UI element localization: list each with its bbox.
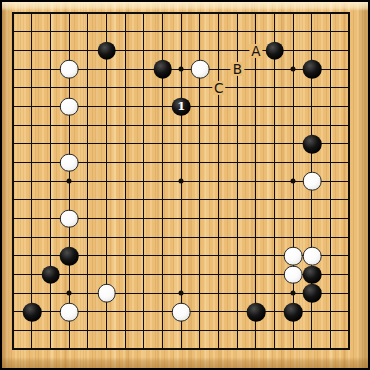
point-label-a: A: [249, 44, 262, 58]
grid-line-horizontal: [12, 330, 350, 331]
black-stone: [303, 284, 322, 303]
black-stone: [23, 303, 42, 322]
black-stone: 1: [172, 97, 191, 116]
black-stone: [284, 303, 303, 322]
white-stone: [303, 247, 322, 266]
white-stone: [172, 303, 191, 322]
black-stone: [60, 247, 79, 266]
black-stone: [97, 41, 116, 60]
white-stone: [60, 303, 79, 322]
grid-line-vertical: [218, 12, 219, 350]
point-label-b: B: [231, 62, 244, 76]
black-stone: [247, 303, 266, 322]
point-label-c: C: [212, 81, 225, 95]
white-stone: [284, 265, 303, 284]
white-stone: [191, 60, 210, 79]
star-point: [291, 67, 296, 72]
star-point: [291, 291, 296, 296]
star-point: [179, 291, 184, 296]
star-point: [291, 179, 296, 184]
go-board[interactable]: 1 ABC: [2, 2, 368, 368]
star-point: [67, 291, 72, 296]
black-stone: [303, 60, 322, 79]
black-stone: [41, 265, 60, 284]
black-stone: [153, 60, 172, 79]
white-stone: [60, 209, 79, 228]
grid-line-vertical: [255, 12, 256, 350]
grid-line-horizontal: [12, 348, 350, 350]
black-stone: [303, 135, 322, 154]
white-stone: [284, 247, 303, 266]
white-stone: [60, 97, 79, 116]
white-stone: [60, 60, 79, 79]
grid-line-vertical: [274, 12, 275, 350]
star-point: [179, 67, 184, 72]
star-point: [179, 179, 184, 184]
grid-line-vertical: [330, 12, 331, 350]
grid-line-horizontal: [12, 237, 350, 238]
go-board-frame: 1 ABC: [0, 0, 370, 370]
white-stone: [97, 284, 116, 303]
grid-line-vertical: [348, 12, 350, 350]
black-stone: [303, 265, 322, 284]
grid-line-horizontal: [12, 199, 350, 200]
black-stone: [265, 41, 284, 60]
star-point: [67, 179, 72, 184]
white-stone: [303, 172, 322, 191]
move-number-label: 1: [177, 101, 185, 113]
white-stone: [60, 153, 79, 172]
